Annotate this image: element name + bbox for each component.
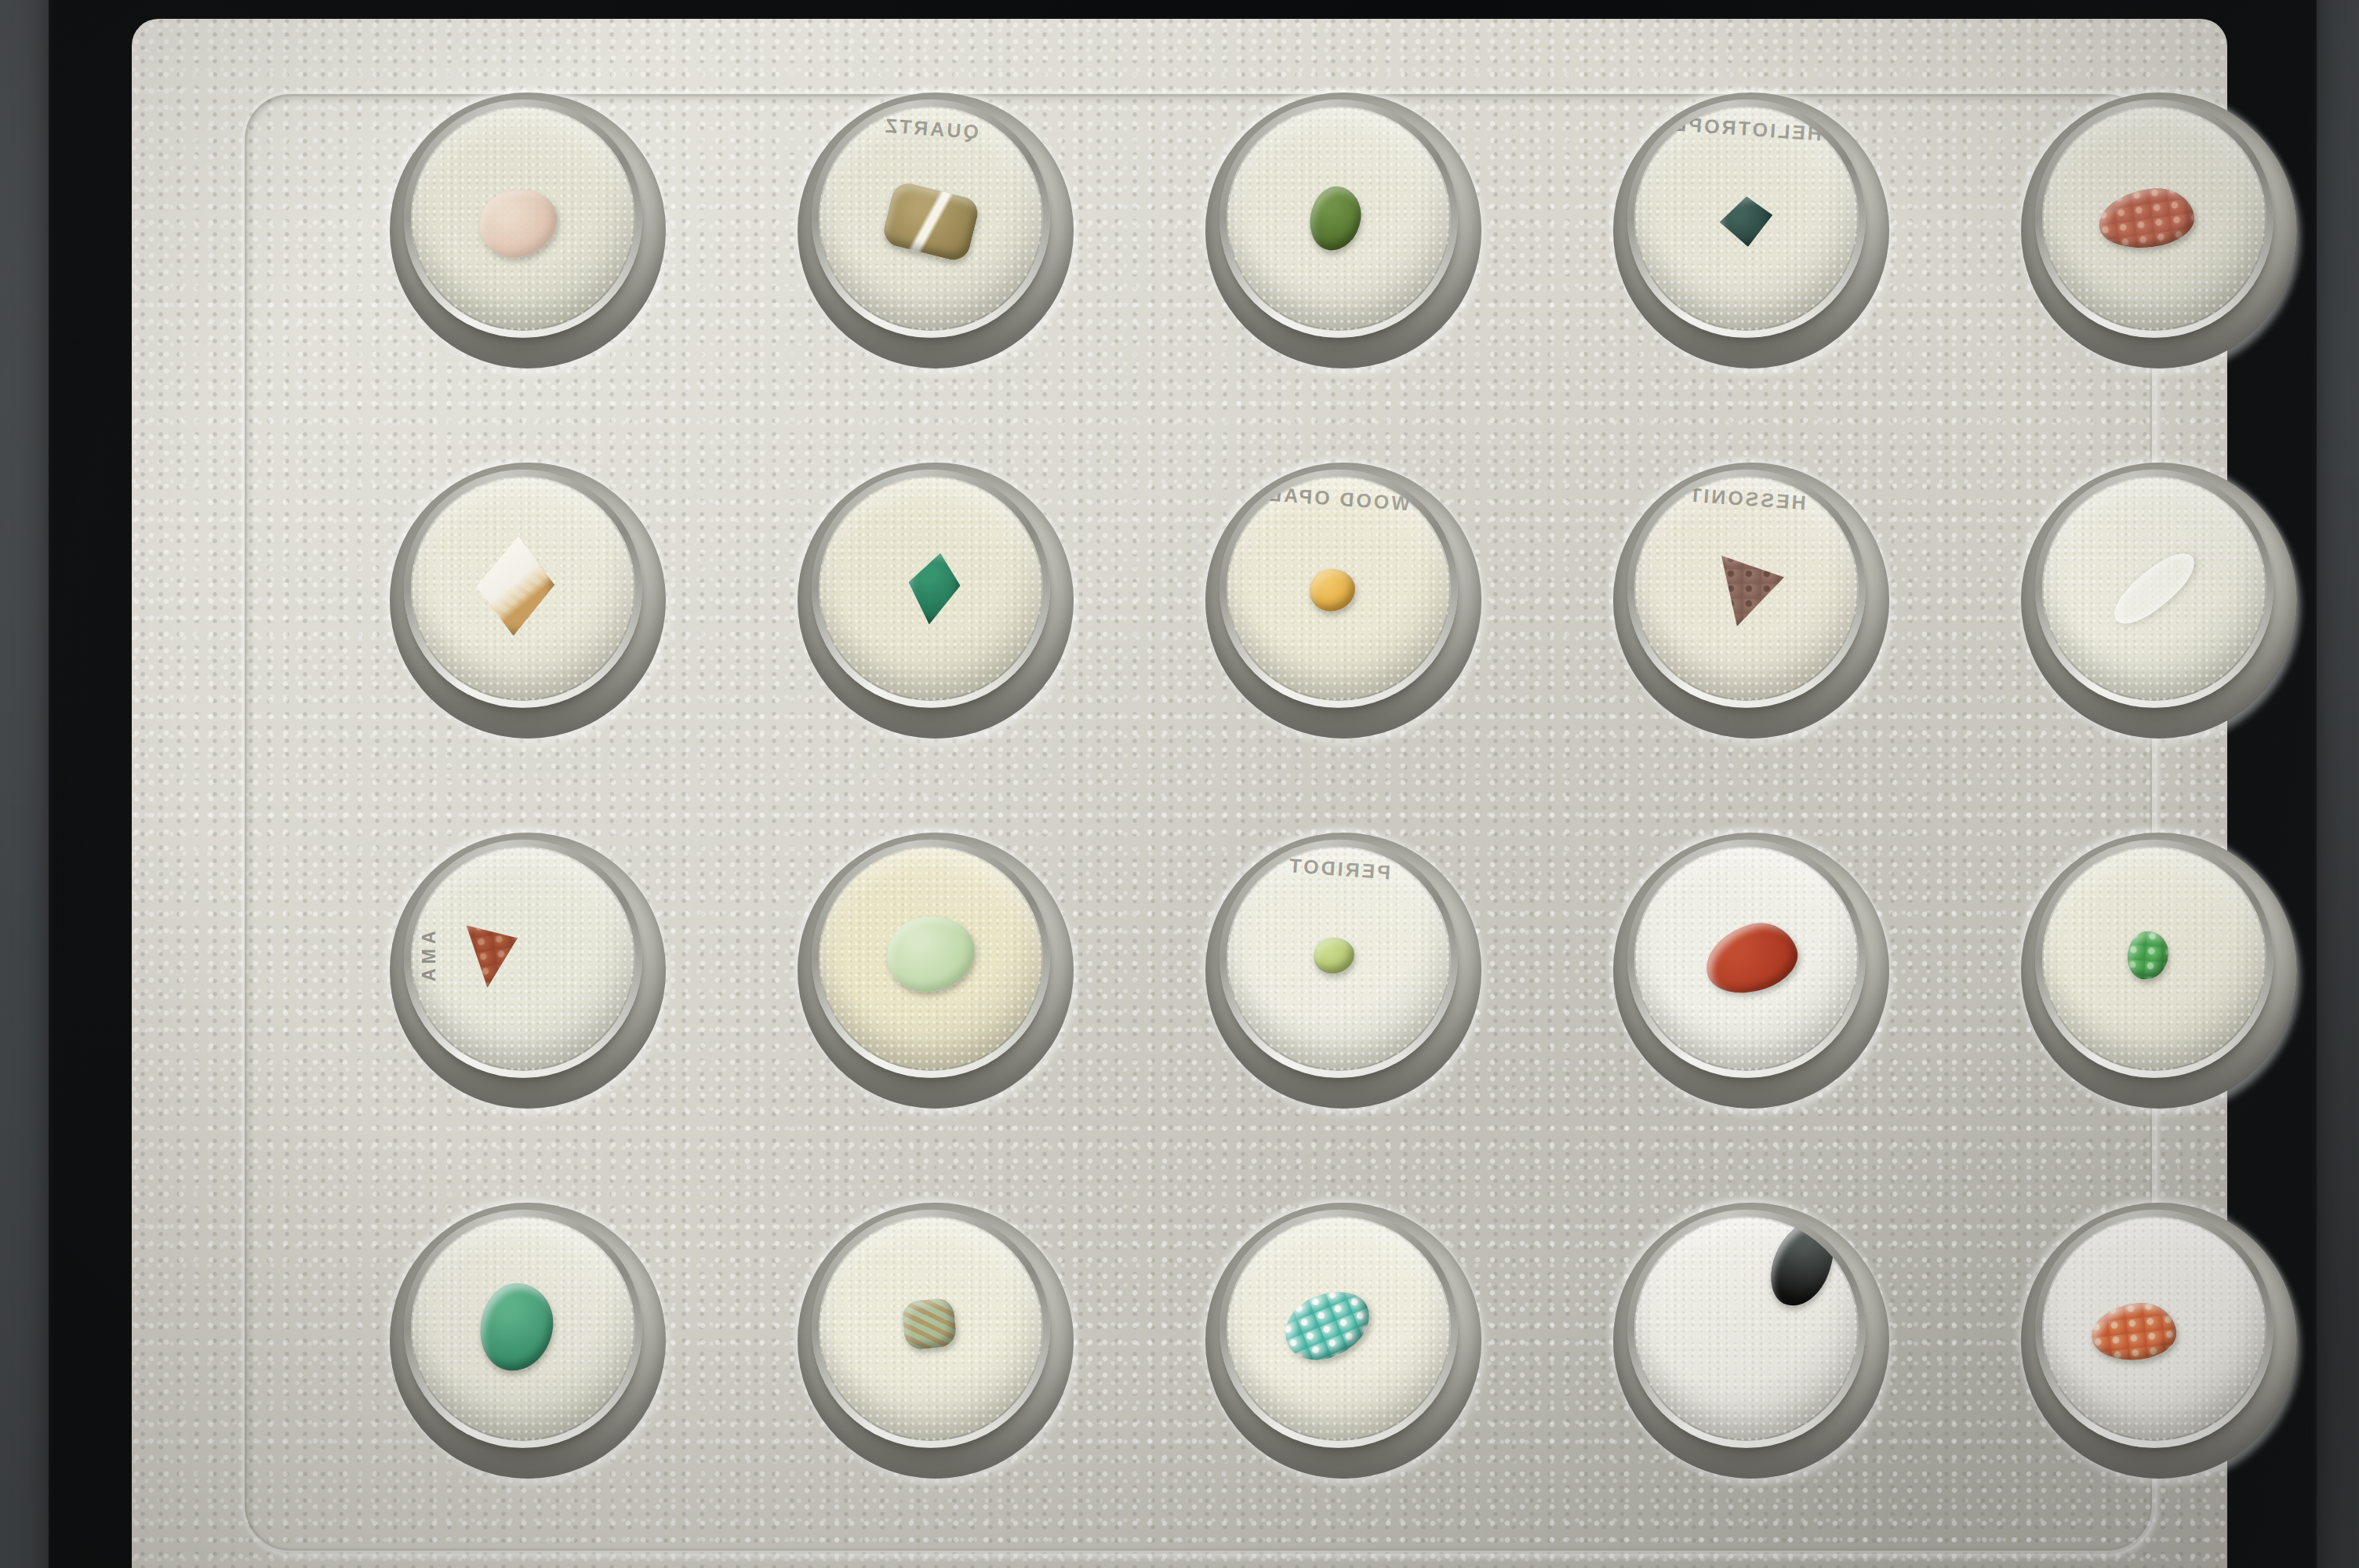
specimen-container-lid: PERIDOT: [1219, 840, 1458, 1078]
container-foam: [819, 847, 1043, 1071]
stone-specimen: [901, 1298, 958, 1352]
container-foam: [2042, 477, 2266, 701]
grid-cell-r1c5: [1955, 45, 2359, 416]
container-foam: PERIDOT: [1227, 847, 1451, 1071]
container-recess: AMA: [390, 833, 666, 1109]
grid-cell-r3c1: AMA: [324, 786, 732, 1156]
container-recess: [1613, 1203, 1889, 1479]
specimen-container-lid: [2035, 1210, 2274, 1448]
container-recess: [798, 833, 1074, 1109]
specimen-container-lid: [2035, 100, 2274, 338]
specimen-container-lid: [404, 470, 642, 708]
container-recess: [2021, 463, 2297, 739]
grid-cell-r3c5: [1955, 786, 2359, 1156]
container-recess: [2021, 833, 2297, 1109]
container-recess: HESSONIT: [1613, 463, 1889, 739]
container-recess: [798, 463, 1074, 739]
grid-cell-r1c2: QUARTZ: [732, 45, 1140, 416]
container-foam: [411, 1217, 635, 1441]
lid-label: AMA: [419, 931, 440, 986]
container-foam: [2042, 847, 2266, 1071]
grid-cell-r2c4: HESSONIT: [1547, 416, 1955, 786]
container-recess: [1205, 93, 1481, 368]
container-recess: [390, 93, 666, 368]
container-recess: [2021, 93, 2297, 368]
specimen-container-lid: [812, 840, 1050, 1078]
foam-texture: [411, 847, 635, 1071]
grid-cell-r4c2: [732, 1156, 1140, 1526]
container-foam: [2042, 1217, 2266, 1441]
container-foam: [1634, 847, 1859, 1071]
container-recess: [1613, 833, 1889, 1109]
specimen-container-lid: [2035, 840, 2274, 1078]
specimen-container-lid: [404, 100, 642, 338]
container-recess: HELIOTROPE: [1613, 93, 1889, 368]
specimen-container-lid: [812, 1210, 1050, 1448]
specimen-container-lid: AMA: [404, 840, 642, 1078]
container-recess: [390, 1203, 666, 1479]
container-recess: WOOD OPAL: [1205, 463, 1481, 739]
container-recess: [390, 463, 666, 739]
grid-cell-r1c1: [324, 45, 732, 416]
specimen-container-lid: [1627, 840, 1866, 1078]
grid-cell-r4c1: [324, 1156, 732, 1526]
grid-cell-r2c2: [732, 416, 1140, 786]
grid-cell-r1c3: [1140, 45, 1547, 416]
container-foam: [2042, 107, 2266, 331]
specimen-container-lid: [404, 1210, 642, 1448]
grid-cell-r2c3: WOOD OPAL: [1140, 416, 1547, 786]
container-foam: [1227, 1217, 1451, 1441]
grid-cell-r4c4: [1547, 1156, 1955, 1526]
container-foam: HELIOTROPE: [1634, 107, 1859, 331]
container-foam: [1634, 1217, 1859, 1441]
container-recess: [2021, 1203, 2297, 1479]
grid-cell-r3c4: [1547, 786, 1955, 1156]
specimen-container-lid: [1219, 100, 1458, 338]
specimen-container-lid: [1627, 1210, 1866, 1448]
grid-cell-r3c2: [732, 786, 1140, 1156]
container-foam: [819, 1217, 1043, 1441]
container-foam: QUARTZ: [819, 107, 1043, 331]
container-recess: [798, 1203, 1074, 1479]
container-foam: AMA: [411, 847, 635, 1071]
grid-cell-r1c4: HELIOTROPE: [1547, 45, 1955, 416]
grid-cell-r2c5: [1955, 416, 2359, 786]
grid-cell-r4c3: [1140, 1156, 1547, 1526]
specimen-container-lid: [2035, 470, 2274, 708]
container-foam: [1227, 107, 1451, 331]
container-foam: [819, 477, 1043, 701]
container-foam: [411, 477, 635, 701]
specimen-grid: QUARTZHELIOTROPEWOOD OPALHESSONITAMAPERI…: [324, 45, 2359, 1526]
container-recess: QUARTZ: [798, 93, 1074, 368]
specimen-container-lid: HELIOTROPE: [1627, 100, 1866, 338]
specimen-container-lid: QUARTZ: [812, 100, 1050, 338]
grid-cell-r3c3: PERIDOT: [1140, 786, 1547, 1156]
grid-cell-r4c5: [1955, 1156, 2359, 1526]
specimen-container-lid: WOOD OPAL: [1219, 470, 1458, 708]
specimen-container-lid: [1219, 1210, 1458, 1448]
container-recess: [1205, 1203, 1481, 1479]
container-foam: [411, 107, 635, 331]
specimen-tray: QUARTZHELIOTROPEWOOD OPALHESSONITAMAPERI…: [132, 19, 2227, 1568]
specimen-container-lid: [812, 470, 1050, 708]
grid-cell-r2c1: [324, 416, 732, 786]
container-foam: WOOD OPAL: [1227, 477, 1451, 701]
container-foam: HESSONIT: [1634, 477, 1859, 701]
specimen-container-lid: HESSONIT: [1627, 470, 1866, 708]
container-recess: PERIDOT: [1205, 833, 1481, 1109]
